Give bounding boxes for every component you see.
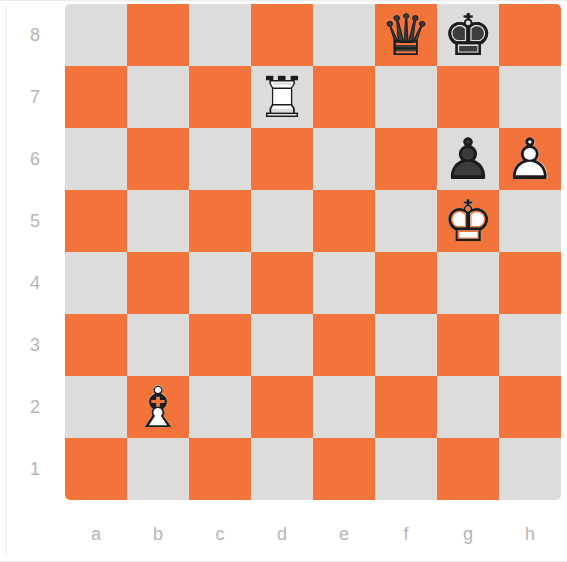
rank-label-1: 1 xyxy=(0,438,65,500)
rank-label-2: 2 xyxy=(0,376,65,438)
rank-label-5: 5 xyxy=(0,190,65,252)
white-pawn-outline-glyph: ♙ xyxy=(499,128,561,190)
square-b3[interactable] xyxy=(127,314,189,376)
file-labels: abcdefgh xyxy=(65,508,561,560)
square-f2[interactable] xyxy=(375,376,437,438)
file-label-a: a xyxy=(65,508,127,560)
square-h4[interactable] xyxy=(499,252,561,314)
square-a2[interactable] xyxy=(65,376,127,438)
square-h5[interactable] xyxy=(499,190,561,252)
square-h7[interactable] xyxy=(499,66,561,128)
square-b1[interactable] xyxy=(127,438,189,500)
square-h2[interactable] xyxy=(499,376,561,438)
square-a7[interactable] xyxy=(65,66,127,128)
square-g4[interactable] xyxy=(437,252,499,314)
square-h3[interactable] xyxy=(499,314,561,376)
square-d3[interactable] xyxy=(251,314,313,376)
square-f8[interactable]: ♛♕ xyxy=(375,4,437,66)
square-f7[interactable] xyxy=(375,66,437,128)
black-king-piece[interactable]: ♚♔ xyxy=(437,4,499,66)
page-top-border xyxy=(0,0,567,1)
square-e5[interactable] xyxy=(313,190,375,252)
file-label-c: c xyxy=(189,508,251,560)
square-c3[interactable] xyxy=(189,314,251,376)
file-label-b: b xyxy=(127,508,189,560)
file-label-d: d xyxy=(251,508,313,560)
square-b6[interactable] xyxy=(127,128,189,190)
square-c8[interactable] xyxy=(189,4,251,66)
square-f1[interactable] xyxy=(375,438,437,500)
square-c2[interactable] xyxy=(189,376,251,438)
chess-board-page: 87654321 ♛♕♚♔♜♖♟♙♟♙♚♔♝♗ abcdefgh xyxy=(0,0,567,562)
square-d1[interactable] xyxy=(251,438,313,500)
black-pawn-outline-glyph: ♙ xyxy=(437,128,499,190)
rank-label-7: 7 xyxy=(0,66,65,128)
white-rook-piece[interactable]: ♜♖ xyxy=(251,66,313,128)
white-pawn-piece[interactable]: ♟♙ xyxy=(499,128,561,190)
square-g8[interactable]: ♚♔ xyxy=(437,4,499,66)
square-d2[interactable] xyxy=(251,376,313,438)
square-h6[interactable]: ♟♙ xyxy=(499,128,561,190)
white-rook-outline-glyph: ♖ xyxy=(251,66,313,128)
chess-board[interactable]: ♛♕♚♔♜♖♟♙♟♙♚♔♝♗ xyxy=(65,4,561,500)
square-d4[interactable] xyxy=(251,252,313,314)
square-e2[interactable] xyxy=(313,376,375,438)
square-b4[interactable] xyxy=(127,252,189,314)
black-king-outline-glyph: ♔ xyxy=(437,4,499,66)
square-d6[interactable] xyxy=(251,128,313,190)
square-f4[interactable] xyxy=(375,252,437,314)
square-b8[interactable] xyxy=(127,4,189,66)
black-queen-outline-glyph: ♕ xyxy=(375,4,437,66)
square-h8[interactable] xyxy=(499,4,561,66)
white-king-piece[interactable]: ♚♔ xyxy=(437,190,499,252)
square-a6[interactable] xyxy=(65,128,127,190)
square-f3[interactable] xyxy=(375,314,437,376)
square-b5[interactable] xyxy=(127,190,189,252)
white-king-outline-glyph: ♔ xyxy=(437,190,499,252)
square-c4[interactable] xyxy=(189,252,251,314)
white-bishop-outline-glyph: ♗ xyxy=(127,376,189,438)
square-e3[interactable] xyxy=(313,314,375,376)
white-bishop-piece[interactable]: ♝♗ xyxy=(127,376,189,438)
square-a1[interactable] xyxy=(65,438,127,500)
square-e7[interactable] xyxy=(313,66,375,128)
square-g7[interactable] xyxy=(437,66,499,128)
square-d7[interactable]: ♜♖ xyxy=(251,66,313,128)
square-c1[interactable] xyxy=(189,438,251,500)
square-g6[interactable]: ♟♙ xyxy=(437,128,499,190)
square-a3[interactable] xyxy=(65,314,127,376)
square-h1[interactable] xyxy=(499,438,561,500)
square-e6[interactable] xyxy=(313,128,375,190)
rank-label-8: 8 xyxy=(0,4,65,66)
square-c7[interactable] xyxy=(189,66,251,128)
rank-label-4: 4 xyxy=(0,252,65,314)
square-d5[interactable] xyxy=(251,190,313,252)
square-g3[interactable] xyxy=(437,314,499,376)
black-queen-piece[interactable]: ♛♕ xyxy=(375,4,437,66)
square-a4[interactable] xyxy=(65,252,127,314)
square-a8[interactable] xyxy=(65,4,127,66)
file-label-h: h xyxy=(499,508,561,560)
square-e8[interactable] xyxy=(313,4,375,66)
square-c5[interactable] xyxy=(189,190,251,252)
square-f6[interactable] xyxy=(375,128,437,190)
square-f5[interactable] xyxy=(375,190,437,252)
square-a5[interactable] xyxy=(65,190,127,252)
square-d8[interactable] xyxy=(251,4,313,66)
square-e1[interactable] xyxy=(313,438,375,500)
square-b7[interactable] xyxy=(127,66,189,128)
square-g1[interactable] xyxy=(437,438,499,500)
square-g5[interactable]: ♚♔ xyxy=(437,190,499,252)
square-e4[interactable] xyxy=(313,252,375,314)
rank-labels: 87654321 xyxy=(0,4,65,500)
file-label-e: e xyxy=(313,508,375,560)
file-label-g: g xyxy=(437,508,499,560)
file-label-f: f xyxy=(375,508,437,560)
square-c6[interactable] xyxy=(189,128,251,190)
square-g2[interactable] xyxy=(437,376,499,438)
square-b2[interactable]: ♝♗ xyxy=(127,376,189,438)
rank-label-6: 6 xyxy=(0,128,65,190)
black-pawn-piece[interactable]: ♟♙ xyxy=(437,128,499,190)
rank-label-3: 3 xyxy=(0,314,65,376)
